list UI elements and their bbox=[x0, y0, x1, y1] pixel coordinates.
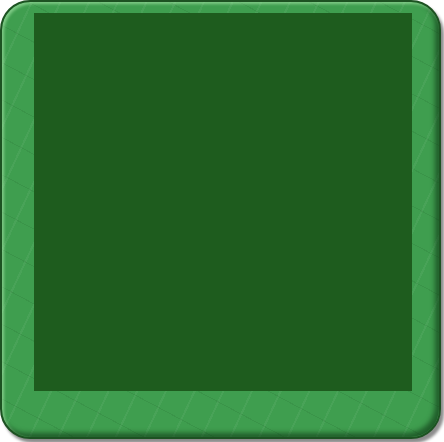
chess-board bbox=[34, 13, 412, 391]
